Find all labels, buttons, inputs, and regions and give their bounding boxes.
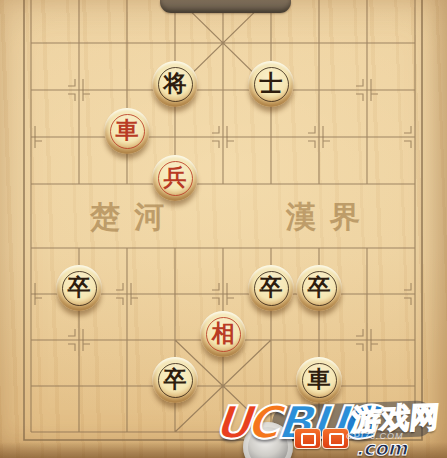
piece-ring: 車 (110, 114, 145, 149)
piece-glyph: 将 (164, 72, 187, 95)
piece-glyph: 兵 (164, 166, 187, 189)
piece-ring: 将 (158, 67, 193, 102)
piece-glyph: 相 (212, 322, 235, 345)
piece-red-soldier[interactable]: 兵 (152, 155, 198, 201)
piece-glyph: 士 (260, 72, 283, 95)
piece-ring: 車 (302, 363, 337, 398)
piece-red-chariot[interactable]: 車 (104, 108, 150, 154)
piece-ring: 兵 (158, 161, 193, 196)
piece-glyph: 卒 (164, 368, 187, 391)
piece-glyph: 車 (116, 119, 139, 142)
piece-glyph: 卒 (308, 276, 331, 299)
piece-ring: 卒 (158, 363, 193, 398)
piece-black-soldier[interactable]: 卒 (56, 265, 102, 311)
piece-glyph: 卒 (260, 276, 283, 299)
piece-black-chariot[interactable]: 車 (296, 357, 342, 403)
piece-red-elephant[interactable]: 相 (200, 311, 246, 357)
piece-black-soldier[interactable]: 卒 (248, 265, 294, 311)
piece-black-general[interactable]: 将 (152, 61, 198, 107)
piece-black-advisor[interactable]: 士 (248, 61, 294, 107)
piece-black-soldier[interactable]: 卒 (152, 357, 198, 403)
piece-ring: 相 (206, 317, 241, 352)
piece-black-soldier[interactable]: 卒 (296, 265, 342, 311)
piece-ring: 卒 (302, 271, 337, 306)
pieces-layer: 将士車兵卒卒卒相卒車 (0, 0, 447, 458)
xiangqi-board-screen: 楚河 漢界 将士車兵卒卒卒相卒車 UCBUG 游戏网 CPI73.COM .co… (0, 0, 447, 458)
piece-ring: 卒 (254, 271, 289, 306)
piece-glyph: 卒 (68, 276, 91, 299)
piece-ring: 卒 (62, 271, 97, 306)
piece-glyph: 車 (308, 368, 331, 391)
piece-ring: 士 (254, 67, 289, 102)
